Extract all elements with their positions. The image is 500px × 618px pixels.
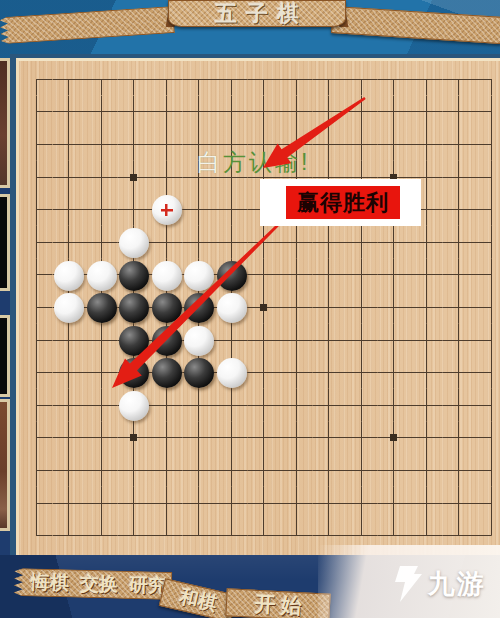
board-cell[interactable] (118, 63, 151, 96)
board-cell[interactable] (53, 128, 86, 161)
board-cell[interactable] (475, 226, 500, 259)
board-cell[interactable] (345, 356, 378, 389)
board-cell[interactable] (118, 96, 151, 129)
board-cell[interactable] (118, 487, 151, 520)
board-cell[interactable] (313, 63, 346, 96)
board-cell[interactable] (378, 259, 411, 292)
board-cell[interactable] (215, 96, 248, 129)
stone-white (217, 293, 247, 323)
board-cell[interactable] (378, 226, 411, 259)
stone-white (119, 391, 149, 421)
stone-black (217, 261, 247, 291)
board-cell[interactable] (215, 422, 248, 455)
board-cell[interactable] (475, 454, 500, 487)
board-cell[interactable] (248, 291, 281, 324)
board-cell[interactable] (53, 519, 86, 552)
board-cell[interactable] (150, 226, 183, 259)
board-cell[interactable] (345, 422, 378, 455)
board-cell[interactable] (118, 128, 151, 161)
board-cell[interactable] (150, 161, 183, 194)
board-cell[interactable] (443, 226, 476, 259)
board-cell[interactable] (443, 259, 476, 292)
board-cell[interactable] (443, 422, 476, 455)
resign-message-first-char: 白 (197, 149, 223, 175)
board-cell[interactable] (20, 259, 53, 292)
board-cell[interactable] (118, 519, 151, 552)
board-cell[interactable] (118, 259, 151, 292)
board-cell[interactable] (118, 226, 151, 259)
watermark-overlay: 九游 (318, 545, 500, 618)
board-cell[interactable] (410, 389, 443, 422)
board-cell[interactable] (183, 193, 216, 226)
board-cell[interactable] (150, 422, 183, 455)
menu-item-start[interactable]: 开始 (249, 590, 307, 618)
board-cell[interactable] (215, 356, 248, 389)
side-panel-fragment (0, 194, 10, 291)
board-cell[interactable] (53, 259, 86, 292)
board-cell[interactable] (118, 161, 151, 194)
board-cell[interactable] (183, 389, 216, 422)
board-cell[interactable] (183, 422, 216, 455)
board-cell[interactable] (118, 291, 151, 324)
title-ribbon-left-wing (0, 6, 175, 44)
board-cell[interactable] (150, 128, 183, 161)
board-cell[interactable] (280, 487, 313, 520)
board-cell[interactable] (183, 454, 216, 487)
board-cell[interactable] (118, 324, 151, 357)
board-cell[interactable] (183, 226, 216, 259)
board-cell[interactable] (20, 63, 53, 96)
board-cell[interactable] (475, 161, 500, 194)
side-panel-fragment (0, 315, 10, 397)
board-cell[interactable] (345, 96, 378, 129)
board-cell[interactable] (280, 422, 313, 455)
board-cell[interactable] (85, 291, 118, 324)
menu-item-undo[interactable]: 悔棋 (31, 569, 70, 596)
board-cell[interactable] (20, 454, 53, 487)
board-cell[interactable] (345, 63, 378, 96)
board-cell[interactable] (410, 259, 443, 292)
board-cell[interactable] (183, 487, 216, 520)
board-cell[interactable] (280, 226, 313, 259)
board-cell[interactable] (280, 96, 313, 129)
board-cell[interactable] (53, 226, 86, 259)
board-cell[interactable] (215, 519, 248, 552)
board-cell[interactable] (443, 63, 476, 96)
stone-black (184, 293, 214, 323)
stone-black (152, 326, 182, 356)
board-cell[interactable] (85, 259, 118, 292)
board-cell[interactable] (85, 389, 118, 422)
board-cell[interactable] (53, 63, 86, 96)
board-cell[interactable] (53, 422, 86, 455)
board-cell[interactable] (85, 226, 118, 259)
menu-ribbon-segment: 开始 (225, 588, 330, 618)
board-cell[interactable] (378, 454, 411, 487)
side-panel-fragment-inner (0, 197, 7, 288)
board-cell[interactable] (475, 128, 500, 161)
board-cell[interactable] (443, 291, 476, 324)
board-cell[interactable] (475, 259, 500, 292)
board-cell[interactable] (280, 389, 313, 422)
menu-item-swap[interactable]: 交换 (80, 571, 119, 598)
board-cell[interactable] (475, 291, 500, 324)
board-cell[interactable] (118, 356, 151, 389)
board-cell[interactable] (443, 128, 476, 161)
board-cell[interactable] (475, 422, 500, 455)
board-cell[interactable] (313, 291, 346, 324)
side-panel-fragment-inner (0, 318, 7, 394)
board-cell[interactable] (118, 454, 151, 487)
board-cell[interactable] (378, 291, 411, 324)
board-cell[interactable] (53, 389, 86, 422)
gomoku-board (20, 63, 500, 552)
board-cell[interactable] (410, 324, 443, 357)
side-panel-fragment-inner (0, 61, 7, 185)
board-cell[interactable] (443, 324, 476, 357)
board-cell[interactable] (118, 193, 151, 226)
board-cell[interactable] (345, 226, 378, 259)
board-cell[interactable] (410, 454, 443, 487)
board-cell[interactable] (345, 487, 378, 520)
board-cell[interactable] (20, 422, 53, 455)
stone-black (152, 293, 182, 323)
board-cell[interactable] (118, 389, 151, 422)
board-cell[interactable] (150, 291, 183, 324)
board-cell[interactable] (20, 519, 53, 552)
board-cell[interactable] (345, 291, 378, 324)
board-cell[interactable] (215, 226, 248, 259)
board-cell[interactable] (183, 356, 216, 389)
board-cell[interactable] (313, 128, 346, 161)
jiuyou-logo-icon (392, 566, 422, 602)
side-panel-fragment (0, 399, 10, 531)
board-cell[interactable] (345, 128, 378, 161)
board-cell[interactable] (410, 291, 443, 324)
stone-black (119, 293, 149, 323)
board-cell[interactable] (183, 96, 216, 129)
board-cell[interactable] (475, 96, 500, 129)
board-cell[interactable] (53, 193, 86, 226)
board-cell[interactable] (313, 324, 346, 357)
board-cell[interactable] (85, 96, 118, 129)
board-cell[interactable] (248, 96, 281, 129)
stone-black (87, 293, 117, 323)
board-cell[interactable] (53, 161, 86, 194)
board-cell[interactable] (345, 389, 378, 422)
board-cell[interactable] (53, 487, 86, 520)
board-cell[interactable] (53, 96, 86, 129)
board-cell[interactable] (150, 259, 183, 292)
board-cell[interactable] (150, 389, 183, 422)
board-cell[interactable] (313, 454, 346, 487)
board-cell[interactable] (378, 128, 411, 161)
star-point (390, 434, 397, 441)
stone-white (54, 293, 84, 323)
board-cell[interactable] (475, 63, 500, 96)
board-cell[interactable] (443, 96, 476, 129)
menu-ribbon-segment: 悔棋 交换 研究 (14, 568, 173, 600)
stone-white (152, 261, 182, 291)
title-ribbon-center: 五子棋 (168, 0, 346, 27)
stone-white (87, 261, 117, 291)
board-cell[interactable] (53, 324, 86, 357)
board-cell[interactable] (215, 487, 248, 520)
board-cell[interactable] (378, 324, 411, 357)
board-cell[interactable] (443, 389, 476, 422)
board-cell[interactable] (183, 519, 216, 552)
board-cell[interactable] (280, 259, 313, 292)
board-cell[interactable] (475, 356, 500, 389)
board-cell[interactable] (443, 193, 476, 226)
resign-message-rest: 方认输! (223, 149, 310, 175)
board-cell[interactable] (85, 193, 118, 226)
board-cell[interactable] (85, 422, 118, 455)
board-cell[interactable] (183, 259, 216, 292)
board-cell[interactable] (118, 422, 151, 455)
board-cell[interactable] (280, 324, 313, 357)
board-cell[interactable] (215, 389, 248, 422)
board-cell[interactable] (150, 487, 183, 520)
board-cell[interactable] (20, 356, 53, 389)
board-cell[interactable] (150, 356, 183, 389)
board-cell[interactable] (20, 324, 53, 357)
board-cell[interactable] (313, 422, 346, 455)
board-cell[interactable] (85, 487, 118, 520)
board-cell[interactable] (475, 324, 500, 357)
stone-white (184, 261, 214, 291)
stone-black (119, 358, 149, 388)
star-point (130, 174, 137, 181)
game-window: 五子棋 白方认输! 赢得胜利 悔棋 交换 研究 和棋 开始 九游 (0, 0, 500, 618)
board-cell[interactable] (345, 259, 378, 292)
board-cell[interactable] (20, 128, 53, 161)
board-cell[interactable] (215, 324, 248, 357)
side-panel-fragment (0, 58, 10, 188)
board-cell[interactable] (313, 259, 346, 292)
board-cell[interactable] (280, 63, 313, 96)
board-cell[interactable] (215, 63, 248, 96)
board-cell[interactable] (248, 259, 281, 292)
board-cell[interactable] (85, 63, 118, 96)
board-cell[interactable] (410, 226, 443, 259)
board-cell[interactable] (280, 454, 313, 487)
board-cell[interactable] (280, 519, 313, 552)
board-cell[interactable] (475, 487, 500, 520)
board-cell[interactable] (378, 96, 411, 129)
board-cell[interactable] (215, 291, 248, 324)
header-background: 五子棋 (0, 0, 500, 58)
board-cell[interactable] (443, 161, 476, 194)
board-cell[interactable] (313, 389, 346, 422)
board-cell[interactable] (20, 291, 53, 324)
board-cell[interactable] (410, 63, 443, 96)
board-cell[interactable] (410, 422, 443, 455)
board-cell[interactable] (150, 519, 183, 552)
stone-white (217, 358, 247, 388)
board-cell[interactable] (85, 161, 118, 194)
board-cell[interactable] (248, 324, 281, 357)
board-cell[interactable] (410, 128, 443, 161)
board-cell[interactable] (345, 324, 378, 357)
board-cell[interactable] (183, 324, 216, 357)
board-cell[interactable] (313, 487, 346, 520)
board-cell[interactable] (85, 128, 118, 161)
board-cell[interactable] (313, 226, 346, 259)
board-cell[interactable] (85, 454, 118, 487)
board-cell[interactable] (215, 454, 248, 487)
board-cell[interactable] (443, 487, 476, 520)
board-cell[interactable] (85, 519, 118, 552)
board-cell[interactable] (443, 454, 476, 487)
board-cell[interactable] (378, 63, 411, 96)
last-move-cross-marker (152, 195, 182, 225)
board-cell[interactable] (20, 161, 53, 194)
board-cell[interactable] (150, 324, 183, 357)
board-cell[interactable] (215, 193, 248, 226)
board-cell[interactable] (20, 389, 53, 422)
board-cell[interactable] (215, 259, 248, 292)
stone-black (119, 261, 149, 291)
board-cell[interactable] (248, 356, 281, 389)
stone-black (184, 358, 214, 388)
title-ribbon-right-wing (331, 6, 500, 44)
board-cell[interactable] (345, 454, 378, 487)
board-cell[interactable] (20, 96, 53, 129)
board-cell[interactable] (313, 356, 346, 389)
game-title: 五子棋 (206, 0, 308, 29)
stone-black (119, 326, 149, 356)
board-cell[interactable] (248, 422, 281, 455)
board-cell[interactable] (378, 487, 411, 520)
board-cell[interactable] (378, 422, 411, 455)
board-cell[interactable] (248, 487, 281, 520)
board-cell[interactable] (248, 519, 281, 552)
board-cell[interactable] (410, 487, 443, 520)
stone-black (152, 358, 182, 388)
board-cell[interactable] (150, 63, 183, 96)
board-cell[interactable] (248, 454, 281, 487)
star-point (260, 304, 267, 311)
resign-message: 白方认输! (197, 147, 310, 178)
board-cell[interactable] (475, 389, 500, 422)
star-point (130, 434, 137, 441)
board-cell[interactable] (53, 356, 86, 389)
board-cell[interactable] (85, 356, 118, 389)
victory-banner: 赢得胜利 (286, 186, 400, 219)
victory-text: 赢得胜利 (297, 188, 389, 218)
board-cell[interactable] (410, 356, 443, 389)
board-cell[interactable] (378, 389, 411, 422)
board-cell[interactable] (53, 454, 86, 487)
side-panel-fragment-inner (0, 402, 7, 528)
board-cell[interactable] (378, 356, 411, 389)
board-cell[interactable] (53, 291, 86, 324)
stone-white (152, 195, 182, 225)
board-cell[interactable] (150, 96, 183, 129)
board-cell[interactable] (150, 454, 183, 487)
board-cell[interactable] (248, 63, 281, 96)
board-cell[interactable] (183, 291, 216, 324)
board-cell[interactable] (280, 356, 313, 389)
board-cell[interactable] (248, 226, 281, 259)
board-cell[interactable] (20, 226, 53, 259)
board-cell[interactable] (280, 291, 313, 324)
board-cell[interactable] (443, 356, 476, 389)
board-cell[interactable] (183, 63, 216, 96)
board-cell[interactable] (150, 193, 183, 226)
board-cell[interactable] (475, 193, 500, 226)
board-cell[interactable] (313, 96, 346, 129)
victory-dialog: 赢得胜利 (260, 179, 421, 226)
stone-white (54, 261, 84, 291)
board-cell[interactable] (410, 96, 443, 129)
board-cell[interactable] (20, 193, 53, 226)
board-cell[interactable] (248, 389, 281, 422)
watermark-text: 九游 (428, 566, 486, 602)
board-cell[interactable] (85, 324, 118, 357)
board-cell[interactable] (20, 487, 53, 520)
stone-white (184, 326, 214, 356)
stone-white (119, 228, 149, 258)
